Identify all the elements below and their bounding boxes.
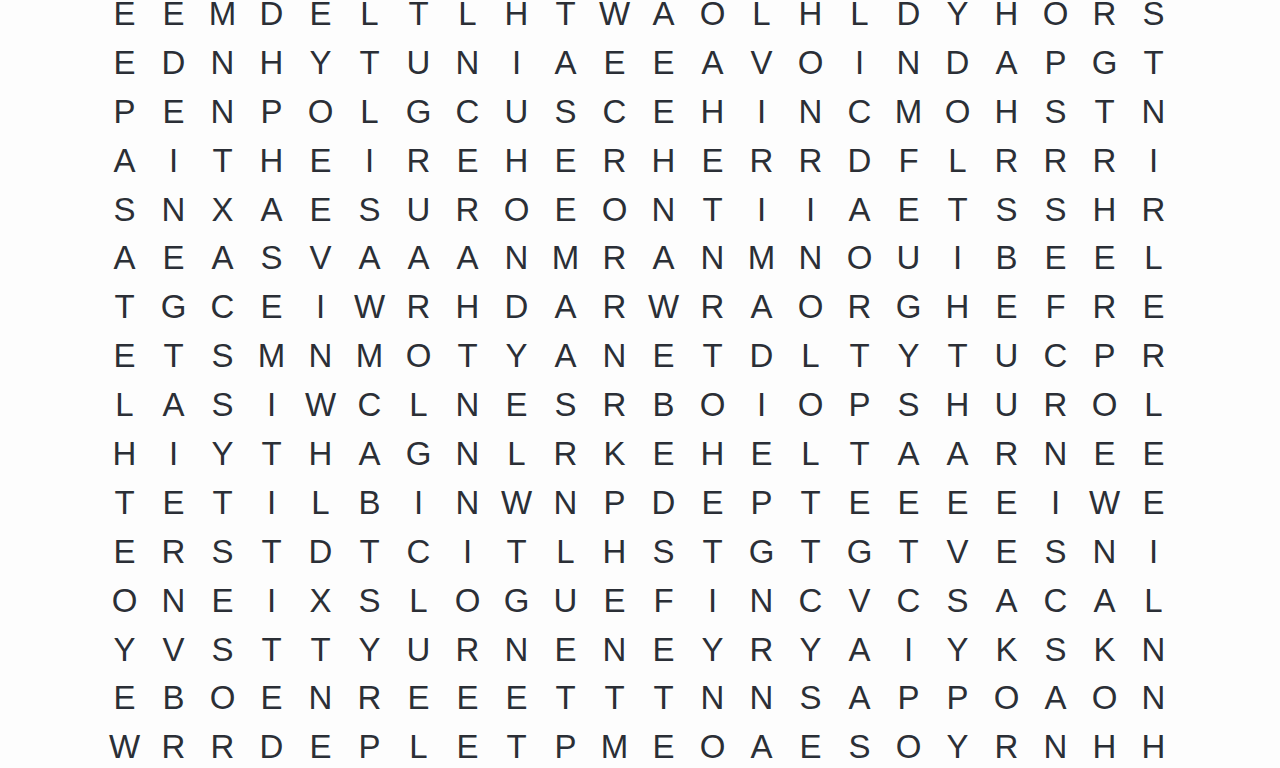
- grid-cell[interactable]: O: [1031, 0, 1080, 38]
- grid-cell[interactable]: E: [1129, 282, 1178, 331]
- grid-cell[interactable]: L: [1129, 233, 1178, 282]
- grid-cell[interactable]: E: [982, 527, 1031, 576]
- grid-cell[interactable]: A: [198, 233, 247, 282]
- grid-cell[interactable]: T: [786, 527, 835, 576]
- grid-cell[interactable]: C: [394, 527, 443, 576]
- grid-cell[interactable]: E: [296, 0, 345, 38]
- grid-cell[interactable]: N: [198, 87, 247, 136]
- grid-cell[interactable]: A: [835, 625, 884, 674]
- grid-cell[interactable]: D: [247, 0, 296, 38]
- grid-cell[interactable]: N: [149, 185, 198, 234]
- grid-cell[interactable]: H: [786, 0, 835, 38]
- grid-cell[interactable]: E: [100, 0, 149, 38]
- grid-cell[interactable]: V: [933, 527, 982, 576]
- grid-cell[interactable]: C: [590, 87, 639, 136]
- grid-cell[interactable]: O: [590, 185, 639, 234]
- grid-cell[interactable]: E: [884, 185, 933, 234]
- grid-cell[interactable]: H: [688, 87, 737, 136]
- grid-cell[interactable]: H: [982, 0, 1031, 38]
- grid-cell[interactable]: W: [639, 282, 688, 331]
- grid-cell[interactable]: N: [884, 38, 933, 87]
- grid-cell[interactable]: E: [100, 673, 149, 722]
- grid-cell[interactable]: C: [1031, 331, 1080, 380]
- grid-cell[interactable]: C: [1031, 576, 1080, 625]
- grid-cell[interactable]: A: [394, 233, 443, 282]
- grid-cell[interactable]: C: [443, 87, 492, 136]
- grid-cell[interactable]: B: [345, 478, 394, 527]
- grid-cell[interactable]: R: [198, 722, 247, 768]
- grid-cell[interactable]: E: [1080, 429, 1129, 478]
- grid-cell[interactable]: T: [835, 331, 884, 380]
- grid-cell[interactable]: Y: [933, 0, 982, 38]
- grid-cell[interactable]: N: [149, 576, 198, 625]
- grid-cell[interactable]: R: [982, 722, 1031, 768]
- grid-cell[interactable]: L: [394, 722, 443, 768]
- grid-cell[interactable]: N: [1129, 673, 1178, 722]
- grid-cell[interactable]: I: [933, 233, 982, 282]
- grid-cell[interactable]: Y: [492, 331, 541, 380]
- grid-cell[interactable]: N: [296, 673, 345, 722]
- grid-cell[interactable]: H: [492, 136, 541, 185]
- grid-cell[interactable]: R: [982, 136, 1031, 185]
- grid-cell[interactable]: I: [1129, 527, 1178, 576]
- grid-cell[interactable]: I: [247, 576, 296, 625]
- grid-cell[interactable]: T: [835, 429, 884, 478]
- grid-cell[interactable]: R: [835, 282, 884, 331]
- grid-cell[interactable]: O: [786, 380, 835, 429]
- grid-cell[interactable]: M: [590, 722, 639, 768]
- grid-cell[interactable]: N: [198, 38, 247, 87]
- grid-cell[interactable]: E: [394, 673, 443, 722]
- grid-cell[interactable]: G: [492, 576, 541, 625]
- grid-cell[interactable]: R: [737, 625, 786, 674]
- grid-cell[interactable]: I: [786, 185, 835, 234]
- grid-cell[interactable]: T: [247, 625, 296, 674]
- grid-cell[interactable]: E: [296, 185, 345, 234]
- grid-cell[interactable]: E: [835, 478, 884, 527]
- grid-cell[interactable]: E: [933, 478, 982, 527]
- grid-cell[interactable]: Y: [933, 625, 982, 674]
- grid-cell[interactable]: Y: [688, 625, 737, 674]
- grid-cell[interactable]: W: [1080, 478, 1129, 527]
- grid-cell[interactable]: I: [835, 38, 884, 87]
- grid-cell[interactable]: I: [1129, 136, 1178, 185]
- grid-cell[interactable]: A: [835, 673, 884, 722]
- grid-cell[interactable]: A: [933, 429, 982, 478]
- grid-cell[interactable]: E: [100, 38, 149, 87]
- grid-cell[interactable]: N: [1080, 527, 1129, 576]
- grid-cell[interactable]: E: [884, 478, 933, 527]
- grid-cell[interactable]: I: [688, 576, 737, 625]
- grid-cell[interactable]: E: [443, 673, 492, 722]
- grid-cell[interactable]: B: [149, 673, 198, 722]
- grid-cell[interactable]: S: [198, 331, 247, 380]
- grid-cell[interactable]: M: [541, 233, 590, 282]
- grid-cell[interactable]: O: [443, 576, 492, 625]
- grid-cell[interactable]: H: [296, 429, 345, 478]
- grid-cell[interactable]: Y: [345, 625, 394, 674]
- grid-cell[interactable]: S: [345, 185, 394, 234]
- grid-cell[interactable]: E: [541, 185, 590, 234]
- grid-cell[interactable]: O: [688, 0, 737, 38]
- grid-cell[interactable]: Y: [884, 331, 933, 380]
- grid-cell[interactable]: H: [247, 38, 296, 87]
- grid-cell[interactable]: Y: [198, 429, 247, 478]
- grid-cell[interactable]: H: [639, 136, 688, 185]
- grid-cell[interactable]: T: [247, 429, 296, 478]
- grid-cell[interactable]: P: [835, 380, 884, 429]
- grid-cell[interactable]: O: [688, 722, 737, 768]
- grid-cell[interactable]: U: [492, 87, 541, 136]
- grid-cell[interactable]: L: [394, 380, 443, 429]
- grid-cell[interactable]: R: [394, 136, 443, 185]
- grid-cell[interactable]: O: [492, 185, 541, 234]
- grid-cell[interactable]: H: [1080, 185, 1129, 234]
- grid-cell[interactable]: O: [786, 38, 835, 87]
- grid-cell[interactable]: S: [1031, 625, 1080, 674]
- grid-cell[interactable]: T: [688, 527, 737, 576]
- grid-cell[interactable]: E: [296, 136, 345, 185]
- grid-cell[interactable]: I: [1031, 478, 1080, 527]
- grid-cell[interactable]: D: [737, 331, 786, 380]
- grid-cell[interactable]: V: [296, 233, 345, 282]
- grid-cell[interactable]: E: [786, 722, 835, 768]
- grid-cell[interactable]: I: [149, 136, 198, 185]
- grid-cell[interactable]: A: [688, 38, 737, 87]
- grid-cell[interactable]: A: [541, 282, 590, 331]
- grid-cell[interactable]: B: [639, 380, 688, 429]
- grid-cell[interactable]: S: [247, 233, 296, 282]
- grid-cell[interactable]: N: [639, 185, 688, 234]
- grid-cell[interactable]: O: [394, 331, 443, 380]
- grid-cell[interactable]: A: [345, 233, 394, 282]
- grid-cell[interactable]: D: [884, 0, 933, 38]
- grid-cell[interactable]: T: [590, 673, 639, 722]
- grid-cell[interactable]: S: [345, 576, 394, 625]
- grid-cell[interactable]: O: [1080, 673, 1129, 722]
- grid-cell[interactable]: R: [590, 136, 639, 185]
- grid-cell[interactable]: N: [443, 478, 492, 527]
- grid-cell[interactable]: G: [394, 429, 443, 478]
- grid-cell[interactable]: T: [1129, 38, 1178, 87]
- grid-cell[interactable]: G: [149, 282, 198, 331]
- grid-cell[interactable]: R: [1129, 331, 1178, 380]
- grid-cell[interactable]: H: [100, 429, 149, 478]
- grid-cell[interactable]: H: [1129, 722, 1178, 768]
- grid-cell[interactable]: R: [1080, 136, 1129, 185]
- grid-cell[interactable]: T: [492, 722, 541, 768]
- grid-cell[interactable]: D: [492, 282, 541, 331]
- grid-cell[interactable]: I: [492, 38, 541, 87]
- grid-cell[interactable]: L: [737, 0, 786, 38]
- grid-cell[interactable]: E: [688, 136, 737, 185]
- grid-cell[interactable]: D: [933, 38, 982, 87]
- grid-cell[interactable]: K: [982, 625, 1031, 674]
- grid-cell[interactable]: C: [835, 87, 884, 136]
- grid-cell[interactable]: E: [982, 478, 1031, 527]
- grid-cell[interactable]: Y: [933, 722, 982, 768]
- grid-cell[interactable]: H: [933, 380, 982, 429]
- grid-cell[interactable]: I: [737, 380, 786, 429]
- grid-cell[interactable]: P: [933, 673, 982, 722]
- grid-cell[interactable]: P: [737, 478, 786, 527]
- grid-cell[interactable]: E: [443, 136, 492, 185]
- grid-cell[interactable]: T: [639, 673, 688, 722]
- grid-cell[interactable]: S: [1031, 527, 1080, 576]
- grid-cell[interactable]: P: [345, 722, 394, 768]
- grid-cell[interactable]: R: [443, 625, 492, 674]
- grid-cell[interactable]: N: [688, 233, 737, 282]
- grid-cell[interactable]: O: [1080, 380, 1129, 429]
- grid-cell[interactable]: W: [345, 282, 394, 331]
- grid-cell[interactable]: O: [835, 233, 884, 282]
- grid-cell[interactable]: X: [296, 576, 345, 625]
- grid-cell[interactable]: S: [1129, 0, 1178, 38]
- grid-cell[interactable]: V: [149, 625, 198, 674]
- grid-cell[interactable]: P: [541, 722, 590, 768]
- grid-cell[interactable]: R: [1080, 0, 1129, 38]
- grid-cell[interactable]: A: [639, 0, 688, 38]
- grid-cell[interactable]: R: [1129, 185, 1178, 234]
- grid-cell[interactable]: C: [198, 282, 247, 331]
- grid-cell[interactable]: A: [100, 136, 149, 185]
- grid-cell[interactable]: E: [149, 87, 198, 136]
- grid-cell[interactable]: R: [1031, 380, 1080, 429]
- grid-cell[interactable]: R: [786, 136, 835, 185]
- grid-cell[interactable]: N: [443, 429, 492, 478]
- grid-cell[interactable]: Y: [100, 625, 149, 674]
- grid-cell[interactable]: H: [492, 0, 541, 38]
- grid-cell[interactable]: A: [982, 38, 1031, 87]
- grid-cell[interactable]: E: [639, 331, 688, 380]
- grid-cell[interactable]: B: [982, 233, 1031, 282]
- grid-cell[interactable]: N: [737, 576, 786, 625]
- grid-cell[interactable]: N: [688, 673, 737, 722]
- grid-cell[interactable]: M: [198, 0, 247, 38]
- grid-cell[interactable]: R: [1080, 282, 1129, 331]
- grid-cell[interactable]: N: [590, 625, 639, 674]
- grid-cell[interactable]: H: [933, 282, 982, 331]
- grid-cell[interactable]: E: [639, 87, 688, 136]
- grid-cell[interactable]: E: [296, 722, 345, 768]
- grid-cell[interactable]: T: [688, 331, 737, 380]
- grid-cell[interactable]: H: [1080, 722, 1129, 768]
- grid-cell[interactable]: D: [247, 722, 296, 768]
- grid-cell[interactable]: A: [443, 233, 492, 282]
- grid-cell[interactable]: U: [982, 331, 1031, 380]
- grid-cell[interactable]: L: [443, 0, 492, 38]
- grid-cell[interactable]: E: [590, 38, 639, 87]
- grid-cell[interactable]: T: [149, 331, 198, 380]
- grid-cell[interactable]: E: [982, 282, 1031, 331]
- grid-cell[interactable]: S: [198, 527, 247, 576]
- grid-cell[interactable]: E: [639, 38, 688, 87]
- grid-cell[interactable]: T: [345, 38, 394, 87]
- grid-cell[interactable]: C: [345, 380, 394, 429]
- grid-cell[interactable]: L: [492, 429, 541, 478]
- grid-cell[interactable]: D: [639, 478, 688, 527]
- grid-cell[interactable]: A: [982, 576, 1031, 625]
- grid-cell[interactable]: I: [737, 87, 786, 136]
- grid-cell[interactable]: A: [835, 185, 884, 234]
- grid-cell[interactable]: R: [590, 380, 639, 429]
- grid-cell[interactable]: S: [884, 380, 933, 429]
- grid-cell[interactable]: E: [1031, 233, 1080, 282]
- grid-cell[interactable]: E: [443, 722, 492, 768]
- grid-cell[interactable]: N: [1031, 722, 1080, 768]
- grid-cell[interactable]: A: [1080, 576, 1129, 625]
- grid-cell[interactable]: S: [541, 380, 590, 429]
- grid-cell[interactable]: R: [737, 136, 786, 185]
- grid-cell[interactable]: N: [590, 331, 639, 380]
- grid-cell[interactable]: T: [688, 185, 737, 234]
- grid-cell[interactable]: L: [296, 478, 345, 527]
- grid-cell[interactable]: L: [394, 576, 443, 625]
- grid-cell[interactable]: N: [786, 87, 835, 136]
- grid-cell[interactable]: R: [590, 233, 639, 282]
- grid-cell[interactable]: R: [1031, 136, 1080, 185]
- grid-cell[interactable]: N: [1031, 429, 1080, 478]
- grid-cell[interactable]: I: [394, 478, 443, 527]
- grid-cell[interactable]: T: [933, 331, 982, 380]
- grid-cell[interactable]: E: [1129, 478, 1178, 527]
- grid-cell[interactable]: P: [1080, 331, 1129, 380]
- grid-cell[interactable]: E: [247, 673, 296, 722]
- grid-cell[interactable]: L: [933, 136, 982, 185]
- grid-cell[interactable]: H: [247, 136, 296, 185]
- grid-cell[interactable]: L: [345, 87, 394, 136]
- grid-cell[interactable]: E: [541, 625, 590, 674]
- grid-cell[interactable]: A: [1031, 673, 1080, 722]
- grid-cell[interactable]: T: [541, 673, 590, 722]
- grid-cell[interactable]: E: [100, 331, 149, 380]
- grid-cell[interactable]: T: [100, 478, 149, 527]
- grid-cell[interactable]: A: [541, 38, 590, 87]
- grid-cell[interactable]: M: [247, 331, 296, 380]
- grid-cell[interactable]: L: [786, 429, 835, 478]
- grid-cell[interactable]: E: [100, 527, 149, 576]
- grid-cell[interactable]: X: [198, 185, 247, 234]
- grid-cell[interactable]: G: [884, 282, 933, 331]
- grid-cell[interactable]: R: [149, 527, 198, 576]
- grid-cell[interactable]: L: [345, 0, 394, 38]
- grid-cell[interactable]: O: [688, 380, 737, 429]
- grid-cell[interactable]: F: [1031, 282, 1080, 331]
- grid-cell[interactable]: S: [639, 527, 688, 576]
- grid-cell[interactable]: G: [737, 527, 786, 576]
- grid-cell[interactable]: A: [100, 233, 149, 282]
- grid-cell[interactable]: P: [1031, 38, 1080, 87]
- grid-cell[interactable]: O: [100, 576, 149, 625]
- grid-cell[interactable]: M: [345, 331, 394, 380]
- grid-cell[interactable]: P: [590, 478, 639, 527]
- grid-cell[interactable]: U: [982, 380, 1031, 429]
- grid-cell[interactable]: R: [688, 282, 737, 331]
- grid-cell[interactable]: O: [933, 87, 982, 136]
- grid-cell[interactable]: K: [1080, 625, 1129, 674]
- grid-cell[interactable]: L: [1129, 380, 1178, 429]
- grid-cell[interactable]: T: [100, 282, 149, 331]
- grid-cell[interactable]: S: [1031, 185, 1080, 234]
- grid-cell[interactable]: T: [247, 527, 296, 576]
- grid-cell[interactable]: C: [884, 576, 933, 625]
- grid-cell[interactable]: D: [149, 38, 198, 87]
- grid-cell[interactable]: K: [590, 429, 639, 478]
- grid-cell[interactable]: R: [394, 282, 443, 331]
- grid-cell[interactable]: E: [639, 722, 688, 768]
- grid-cell[interactable]: E: [1129, 429, 1178, 478]
- grid-cell[interactable]: H: [590, 527, 639, 576]
- grid-cell[interactable]: E: [688, 478, 737, 527]
- grid-cell[interactable]: T: [933, 185, 982, 234]
- grid-cell[interactable]: I: [884, 625, 933, 674]
- grid-cell[interactable]: L: [835, 0, 884, 38]
- grid-cell[interactable]: W: [492, 478, 541, 527]
- grid-cell[interactable]: T: [198, 136, 247, 185]
- grid-cell[interactable]: E: [541, 136, 590, 185]
- grid-cell[interactable]: E: [639, 429, 688, 478]
- grid-cell[interactable]: Y: [786, 625, 835, 674]
- grid-cell[interactable]: U: [394, 38, 443, 87]
- grid-cell[interactable]: T: [786, 478, 835, 527]
- grid-cell[interactable]: H: [443, 282, 492, 331]
- grid-cell[interactable]: E: [198, 576, 247, 625]
- grid-cell[interactable]: Y: [296, 38, 345, 87]
- grid-cell[interactable]: L: [786, 331, 835, 380]
- grid-cell[interactable]: I: [443, 527, 492, 576]
- grid-cell[interactable]: G: [835, 527, 884, 576]
- grid-cell[interactable]: O: [982, 673, 1031, 722]
- grid-cell[interactable]: S: [1031, 87, 1080, 136]
- grid-cell[interactable]: S: [100, 185, 149, 234]
- grid-cell[interactable]: V: [737, 38, 786, 87]
- grid-cell[interactable]: I: [247, 380, 296, 429]
- grid-cell[interactable]: E: [492, 380, 541, 429]
- grid-cell[interactable]: S: [198, 380, 247, 429]
- grid-cell[interactable]: L: [541, 527, 590, 576]
- grid-cell[interactable]: A: [149, 380, 198, 429]
- grid-cell[interactable]: G: [1080, 38, 1129, 87]
- grid-cell[interactable]: T: [541, 0, 590, 38]
- grid-cell[interactable]: N: [1129, 87, 1178, 136]
- grid-cell[interactable]: S: [541, 87, 590, 136]
- grid-cell[interactable]: E: [149, 478, 198, 527]
- grid-cell[interactable]: N: [443, 38, 492, 87]
- grid-cell[interactable]: U: [541, 576, 590, 625]
- grid-cell[interactable]: A: [737, 722, 786, 768]
- grid-cell[interactable]: F: [639, 576, 688, 625]
- grid-cell[interactable]: E: [590, 576, 639, 625]
- grid-cell[interactable]: T: [443, 331, 492, 380]
- grid-cell[interactable]: N: [737, 673, 786, 722]
- grid-cell[interactable]: I: [345, 136, 394, 185]
- grid-cell[interactable]: T: [198, 478, 247, 527]
- grid-cell[interactable]: R: [982, 429, 1031, 478]
- grid-cell[interactable]: E: [149, 0, 198, 38]
- grid-cell[interactable]: A: [639, 233, 688, 282]
- grid-cell[interactable]: C: [786, 576, 835, 625]
- grid-cell[interactable]: T: [884, 527, 933, 576]
- grid-cell[interactable]: U: [394, 185, 443, 234]
- grid-cell[interactable]: I: [296, 282, 345, 331]
- grid-cell[interactable]: S: [982, 185, 1031, 234]
- grid-cell[interactable]: S: [198, 625, 247, 674]
- grid-cell[interactable]: H: [982, 87, 1031, 136]
- grid-cell[interactable]: A: [247, 185, 296, 234]
- grid-cell[interactable]: I: [737, 185, 786, 234]
- grid-cell[interactable]: I: [149, 429, 198, 478]
- grid-cell[interactable]: N: [443, 380, 492, 429]
